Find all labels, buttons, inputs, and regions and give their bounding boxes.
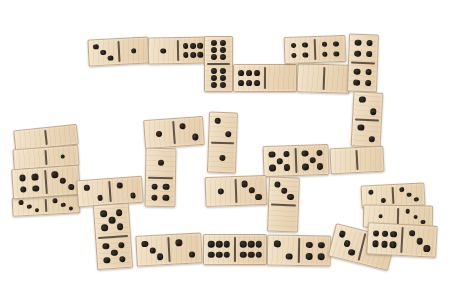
- pip: [238, 70, 244, 76]
- pip: [189, 251, 196, 258]
- pip: [111, 249, 118, 256]
- pip: [217, 188, 224, 195]
- pip: [190, 52, 196, 58]
- domino-24-2-4[interactable]: [267, 234, 332, 266]
- pip: [20, 186, 27, 193]
- pip: [366, 40, 373, 47]
- pip: [176, 239, 183, 246]
- domino-half-1: [119, 37, 149, 63]
- pip: [151, 194, 158, 201]
- pip: [368, 189, 373, 194]
- pip: [19, 200, 24, 205]
- pip: [68, 206, 73, 211]
- domino-half-3: [237, 176, 267, 205]
- pip: [224, 241, 231, 248]
- pip: [302, 150, 309, 157]
- pip: [365, 80, 372, 87]
- pip: [424, 245, 431, 252]
- pip: [160, 48, 166, 54]
- pip: [208, 251, 215, 258]
- pip: [183, 52, 189, 58]
- pip: [27, 204, 32, 209]
- pip: [93, 44, 99, 50]
- pip: [255, 194, 262, 201]
- domino-half-5: [96, 236, 132, 269]
- domino-2-1-6[interactable]: [148, 36, 208, 64]
- pip: [211, 47, 217, 53]
- pip: [32, 185, 39, 192]
- domino-22-3-2[interactable]: [135, 232, 203, 266]
- domino-4-6-0[interactable]: [233, 64, 297, 92]
- pip: [334, 51, 340, 57]
- domino-half-6: [205, 37, 232, 63]
- domino-3-6-6[interactable]: [204, 36, 233, 92]
- pip: [100, 210, 107, 217]
- pip: [116, 209, 123, 216]
- pip: [338, 230, 346, 238]
- pip: [211, 54, 217, 60]
- domino-half-2: [174, 117, 204, 146]
- pip: [216, 241, 223, 248]
- domino-half-0: [266, 65, 296, 91]
- pip: [220, 54, 226, 60]
- pip: [118, 242, 125, 249]
- pip: [274, 181, 281, 188]
- pip: [306, 242, 313, 249]
- domino-23-6-6[interactable]: [203, 234, 267, 265]
- pip: [192, 134, 198, 140]
- pip: [220, 68, 226, 74]
- pip: [248, 251, 255, 258]
- domino-half-1: [146, 149, 175, 177]
- pip: [60, 177, 67, 184]
- pip: [373, 230, 380, 237]
- pip: [238, 80, 244, 86]
- pip: [211, 40, 217, 46]
- pip: [333, 41, 339, 47]
- pip: [211, 68, 217, 74]
- pip: [35, 208, 40, 213]
- domino-6-4-4[interactable]: [284, 35, 347, 64]
- pip: [84, 185, 90, 191]
- domino-11-1-2[interactable]: [143, 116, 205, 149]
- domino-half-6: [234, 65, 264, 91]
- pip: [318, 242, 325, 249]
- domino-half-4: [300, 236, 331, 266]
- pip: [316, 163, 323, 170]
- pip: [269, 151, 276, 158]
- pip: [322, 51, 328, 57]
- domino-half-3: [402, 225, 437, 257]
- pip: [366, 51, 373, 58]
- pip: [215, 118, 221, 124]
- pip: [348, 248, 356, 256]
- domino-14-1-3[interactable]: [204, 175, 267, 207]
- pip: [216, 251, 223, 258]
- pip: [358, 124, 365, 131]
- pip: [211, 75, 217, 81]
- domino-half-6: [204, 235, 234, 264]
- domino-half-4: [146, 178, 175, 206]
- domino-half-6: [236, 235, 266, 264]
- pip: [246, 70, 252, 76]
- pip: [208, 241, 215, 248]
- pip: [256, 251, 263, 258]
- pip: [343, 239, 351, 247]
- pip: [355, 40, 362, 47]
- domino-half-1: [208, 143, 236, 172]
- pip: [372, 241, 379, 248]
- pip: [220, 75, 226, 81]
- pip: [381, 198, 386, 203]
- pip: [156, 130, 162, 136]
- domino-half-2: [268, 235, 299, 265]
- pip: [246, 80, 252, 86]
- domino-half-4: [285, 37, 315, 63]
- pip: [322, 41, 328, 47]
- domino-half-0: [298, 64, 323, 92]
- domino-half-0: [357, 147, 383, 172]
- pip: [254, 70, 260, 76]
- pip: [421, 220, 426, 225]
- pip: [103, 257, 110, 264]
- domino-half-3: [393, 183, 424, 206]
- pip: [414, 197, 419, 202]
- pip: [51, 171, 58, 178]
- pip: [368, 136, 375, 143]
- pip: [197, 43, 203, 49]
- domino-19-4-3[interactable]: [11, 165, 81, 200]
- pip: [381, 241, 388, 248]
- domino-half-6: [367, 223, 402, 255]
- pip: [151, 183, 158, 190]
- pip: [284, 164, 291, 171]
- domino-half-2: [353, 92, 382, 119]
- pip: [291, 52, 297, 58]
- pip: [108, 217, 115, 224]
- pip: [225, 131, 231, 137]
- domino-8-2-2[interactable]: [351, 91, 384, 147]
- domino-half-2: [169, 233, 201, 264]
- pip: [68, 184, 75, 191]
- pip: [406, 192, 411, 197]
- pip: [107, 55, 113, 61]
- pip: [163, 195, 170, 202]
- domino-5-0-0[interactable]: [297, 63, 351, 94]
- pip: [220, 47, 226, 53]
- pip: [390, 231, 397, 238]
- pip: [318, 253, 325, 260]
- pip: [241, 181, 248, 188]
- domino-half-5: [264, 146, 296, 176]
- pip: [316, 150, 323, 157]
- domino-13-1-4[interactable]: [144, 148, 176, 208]
- pip: [399, 187, 404, 192]
- domino-7-4-4[interactable]: [347, 33, 379, 92]
- domino-half-0: [324, 65, 349, 93]
- pip: [117, 182, 123, 188]
- pip: [281, 187, 288, 194]
- domino-half-4: [349, 35, 378, 63]
- domino-half-1: [149, 38, 177, 63]
- domino-half-0: [46, 125, 78, 147]
- domino-half-3: [88, 39, 118, 65]
- pip: [306, 253, 313, 260]
- domino-9-0-0[interactable]: [329, 146, 384, 175]
- pip: [211, 82, 217, 88]
- domino-28-6-3[interactable]: [366, 222, 438, 258]
- domino-half-1: [206, 177, 236, 206]
- pip: [416, 238, 423, 245]
- pip: [286, 253, 293, 260]
- pip: [256, 241, 263, 248]
- domino-half-3: [46, 166, 80, 196]
- pip: [97, 195, 103, 201]
- pip: [354, 69, 361, 76]
- pip: [197, 52, 203, 58]
- pip: [309, 157, 316, 164]
- domino-half-2: [110, 177, 143, 204]
- pip: [130, 192, 136, 198]
- pip: [180, 123, 186, 129]
- domino-1-3-1[interactable]: [87, 36, 149, 66]
- domino-half-4: [348, 64, 377, 92]
- pip: [131, 48, 137, 54]
- pip: [224, 251, 231, 258]
- domino-half-3: [13, 197, 46, 216]
- domino-half-5: [94, 204, 130, 237]
- domino-half-3: [269, 178, 299, 204]
- pip: [413, 214, 418, 219]
- pip: [365, 69, 372, 76]
- domino-half-1: [46, 146, 78, 167]
- domino-15-3-0[interactable]: [267, 176, 300, 232]
- pip: [381, 230, 388, 237]
- domino-half-5: [296, 145, 328, 175]
- pip: [149, 247, 156, 254]
- pip: [61, 202, 66, 207]
- pip: [370, 108, 377, 115]
- pip: [163, 184, 170, 191]
- pip: [60, 154, 65, 159]
- domino-half-3: [47, 195, 80, 214]
- domino-12-2-1[interactable]: [207, 112, 238, 174]
- pip: [283, 151, 290, 158]
- pip: [220, 82, 226, 88]
- pip: [287, 194, 294, 201]
- pip: [274, 240, 281, 247]
- pip: [254, 80, 260, 86]
- pip: [248, 241, 255, 248]
- pip: [359, 97, 366, 104]
- dominoes-photo: [0, 0, 450, 300]
- pip: [240, 241, 247, 248]
- pip: [100, 49, 106, 55]
- pip: [409, 230, 416, 237]
- domino-half-4: [316, 36, 346, 62]
- pip: [303, 52, 309, 58]
- pip: [220, 40, 226, 46]
- pip: [119, 256, 126, 263]
- domino-half-0: [268, 205, 298, 231]
- domino-half-0: [13, 148, 45, 169]
- pip: [190, 43, 196, 49]
- pip: [276, 158, 283, 165]
- domino-half-3: [136, 235, 168, 266]
- domino-half-2: [352, 120, 381, 147]
- pip: [291, 42, 297, 48]
- domino-half-2: [209, 113, 237, 142]
- pip: [240, 251, 247, 258]
- pip: [405, 209, 410, 214]
- pip: [248, 187, 255, 194]
- pip: [378, 214, 383, 219]
- pip: [302, 42, 308, 48]
- pip: [354, 50, 361, 57]
- domino-half-0: [330, 148, 356, 173]
- domino-half-1: [144, 119, 174, 148]
- domino-half-2: [77, 179, 110, 206]
- pip: [141, 240, 148, 247]
- domino-20-2-2[interactable]: [76, 176, 144, 208]
- domino-half-6: [179, 37, 207, 62]
- pip: [219, 155, 225, 161]
- domino-10-5-5[interactable]: [262, 144, 329, 177]
- pip: [389, 242, 396, 249]
- pip: [101, 224, 108, 231]
- domino-half-6: [205, 65, 232, 91]
- pip: [102, 243, 109, 250]
- domino-half-4: [12, 168, 46, 198]
- pip: [19, 175, 26, 182]
- pip: [183, 43, 189, 49]
- pip: [353, 79, 360, 86]
- pip: [269, 165, 276, 172]
- pip: [302, 163, 309, 170]
- pip: [157, 254, 164, 261]
- pip: [157, 159, 164, 166]
- pip: [32, 174, 39, 181]
- pip: [117, 223, 124, 230]
- domino-21-5-5[interactable]: [93, 203, 133, 270]
- pip: [53, 199, 58, 204]
